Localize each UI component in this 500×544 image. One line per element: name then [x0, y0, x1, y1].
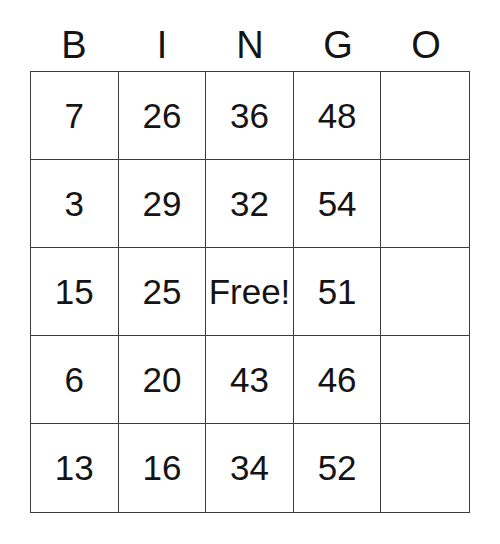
- bingo-cell-r3c2[interactable]: 25: [119, 248, 207, 336]
- bingo-cell-r1c1[interactable]: 7: [31, 72, 119, 160]
- bingo-cell-r1c5[interactable]: [381, 72, 469, 160]
- bingo-cell-r3c1[interactable]: 15: [31, 248, 119, 336]
- bingo-cell-r5c4[interactable]: 52: [294, 424, 382, 512]
- bingo-cell-r1c3[interactable]: 36: [206, 72, 294, 160]
- bingo-cell-r1c4[interactable]: 48: [294, 72, 382, 160]
- header-letter-g: G: [294, 26, 382, 71]
- bingo-cell-r2c5[interactable]: [381, 160, 469, 248]
- bingo-cell-r4c5[interactable]: [381, 336, 469, 424]
- bingo-board: 726364832932541525Free!51620434613163452: [30, 71, 470, 513]
- bingo-cell-r5c3[interactable]: 34: [206, 424, 294, 512]
- bingo-cell-r3c5[interactable]: [381, 248, 469, 336]
- bingo-cell-r5c1[interactable]: 13: [31, 424, 119, 512]
- bingo-cell-r5c2[interactable]: 16: [119, 424, 207, 512]
- header-letter-o: O: [382, 26, 470, 71]
- bingo-cell-r5c5[interactable]: [381, 424, 469, 512]
- bingo-cell-r2c4[interactable]: 54: [294, 160, 382, 248]
- header-letter-b: B: [30, 26, 118, 71]
- bingo-cell-r4c4[interactable]: 46: [294, 336, 382, 424]
- bingo-cell-r2c2[interactable]: 29: [119, 160, 207, 248]
- bingo-cell-r3c4[interactable]: 51: [294, 248, 382, 336]
- header-letter-n: N: [206, 26, 294, 71]
- bingo-cell-r2c3[interactable]: 32: [206, 160, 294, 248]
- bingo-cell-r4c3[interactable]: 43: [206, 336, 294, 424]
- bingo-header: B I N G O: [30, 0, 470, 71]
- bingo-cell-r4c2[interactable]: 20: [119, 336, 207, 424]
- bingo-cell-r4c1[interactable]: 6: [31, 336, 119, 424]
- bingo-cell-r1c2[interactable]: 26: [119, 72, 207, 160]
- header-letter-i: I: [118, 26, 206, 71]
- bingo-cell-free[interactable]: Free!: [206, 248, 294, 336]
- bingo-cell-r2c1[interactable]: 3: [31, 160, 119, 248]
- bingo-card: B I N G O 726364832932541525Free!5162043…: [30, 0, 470, 513]
